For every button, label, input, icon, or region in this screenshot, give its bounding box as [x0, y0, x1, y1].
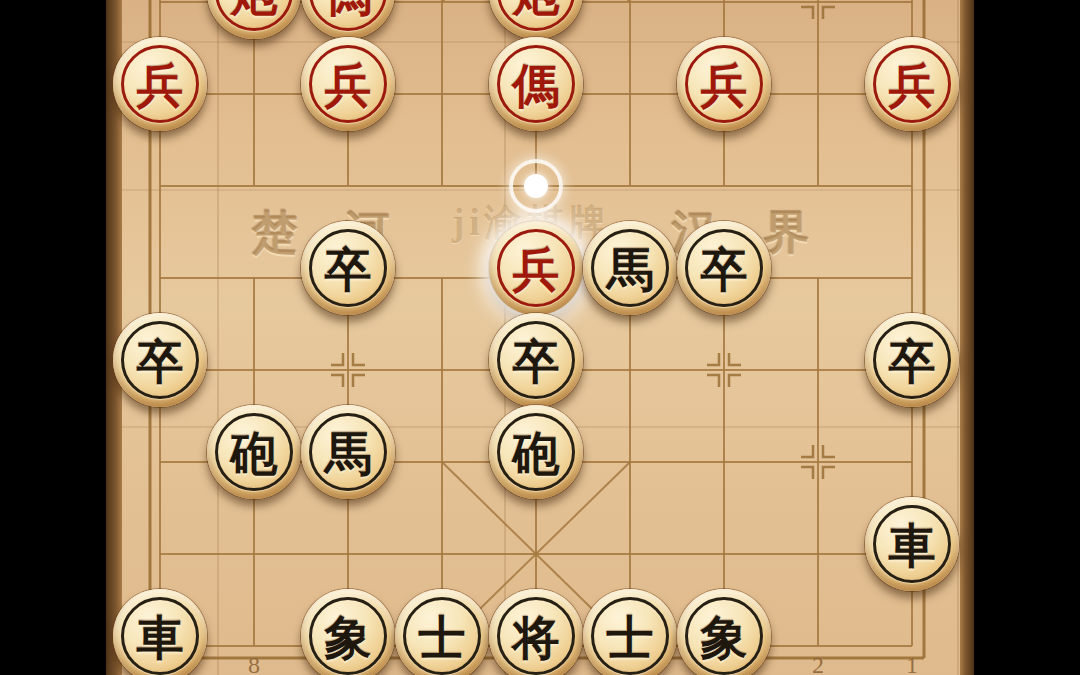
piece-red-pawn[interactable]: 兵: [865, 37, 959, 131]
piece-red-cannon[interactable]: 炮: [489, 0, 583, 39]
piece-character: 車: [113, 589, 207, 675]
piece-character: 兵: [113, 37, 207, 131]
piece-black-horse[interactable]: 馬: [583, 221, 677, 315]
piece-red-pawn[interactable]: 兵: [489, 221, 583, 315]
piece-character: 将: [489, 589, 583, 675]
piece-character: 士: [583, 589, 677, 675]
piece-character: 士: [395, 589, 489, 675]
piece-black-chariot[interactable]: 車: [865, 497, 959, 591]
piece-black-pawn[interactable]: 卒: [865, 313, 959, 407]
piece-red-pawn[interactable]: 兵: [113, 37, 207, 131]
piece-red-horse[interactable]: 傌: [489, 37, 583, 131]
file-label-1: 1: [898, 652, 926, 675]
piece-red-cannon[interactable]: 炮: [207, 0, 301, 39]
piece-character: 兵: [865, 37, 959, 131]
piece-black-horse[interactable]: 馬: [301, 405, 395, 499]
piece-black-pawn[interactable]: 卒: [113, 313, 207, 407]
piece-black-advisor[interactable]: 士: [583, 589, 677, 675]
last-move-indicator: [509, 159, 563, 213]
piece-character: 象: [301, 589, 395, 675]
piece-character: 卒: [489, 313, 583, 407]
piece-character: 兵: [677, 37, 771, 131]
last-move-dot-core: [524, 174, 548, 198]
piece-character: 炮: [207, 0, 301, 39]
piece-character: 傌: [489, 37, 583, 131]
piece-black-cannon[interactable]: 砲: [489, 405, 583, 499]
file-label-2: 2: [804, 652, 832, 675]
piece-character: 卒: [113, 313, 207, 407]
piece-character: 卒: [865, 313, 959, 407]
piece-black-general[interactable]: 将: [489, 589, 583, 675]
piece-character: 傌: [301, 0, 395, 39]
piece-black-pawn[interactable]: 卒: [301, 221, 395, 315]
piece-character: 象: [677, 589, 771, 675]
xiangqi-app: 楚河 汉界 ji渝棋牌 987654321 炮傌炮兵兵傌兵兵卒兵馬卒卒卒卒砲馬砲…: [0, 0, 1080, 675]
piece-red-pawn[interactable]: 兵: [677, 37, 771, 131]
piece-black-cannon[interactable]: 砲: [207, 405, 301, 499]
piece-character: 卒: [301, 221, 395, 315]
file-label-8: 8: [240, 652, 268, 675]
piece-character: 車: [865, 497, 959, 591]
piece-black-elephant[interactable]: 象: [677, 589, 771, 675]
piece-character: 炮: [489, 0, 583, 39]
piece-black-advisor[interactable]: 士: [395, 589, 489, 675]
piece-black-pawn[interactable]: 卒: [489, 313, 583, 407]
piece-red-pawn[interactable]: 兵: [301, 37, 395, 131]
piece-character: 馬: [583, 221, 677, 315]
piece-black-chariot[interactable]: 車: [113, 589, 207, 675]
piece-character: 馬: [301, 405, 395, 499]
piece-character: 卒: [677, 221, 771, 315]
piece-character: 砲: [207, 405, 301, 499]
piece-character: 砲: [489, 405, 583, 499]
piece-red-horse[interactable]: 傌: [301, 0, 395, 39]
piece-black-elephant[interactable]: 象: [301, 589, 395, 675]
piece-character: 兵: [301, 37, 395, 131]
piece-character: 兵: [489, 221, 583, 315]
piece-black-pawn[interactable]: 卒: [677, 221, 771, 315]
